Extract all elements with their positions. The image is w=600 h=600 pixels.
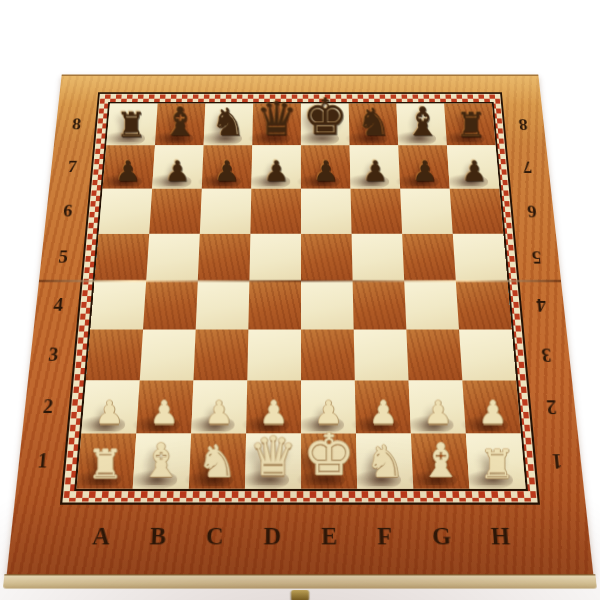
file-label-d: D — [263, 521, 281, 552]
square-e3[interactable] — [301, 330, 355, 381]
black-bishop[interactable]: ♝ — [398, 102, 447, 142]
white-knight[interactable]: ♞ — [189, 440, 245, 484]
square-e4[interactable] — [301, 281, 354, 330]
black-knight[interactable]: ♞ — [349, 104, 398, 142]
white-pawn[interactable]: ♟ — [192, 397, 247, 429]
square-h1[interactable]: ♜ — [466, 433, 526, 488]
square-c4[interactable] — [196, 281, 250, 330]
square-h5[interactable] — [453, 234, 508, 281]
square-d4[interactable] — [248, 281, 301, 330]
square-d5[interactable] — [249, 234, 301, 281]
square-h4[interactable] — [456, 281, 512, 330]
clasp-plate — [291, 590, 309, 600]
black-pawn[interactable]: ♟ — [350, 157, 399, 186]
white-pawn[interactable]: ♟ — [465, 397, 520, 429]
white-knight[interactable]: ♞ — [357, 440, 413, 484]
square-a3[interactable] — [86, 330, 143, 381]
square-d3[interactable] — [247, 330, 301, 381]
square-f7[interactable]: ♟ — [350, 145, 401, 188]
square-a4[interactable] — [90, 281, 146, 330]
black-bishop[interactable]: ♝ — [155, 102, 204, 142]
square-e1[interactable]: ♚ — [301, 433, 357, 488]
black-pawn[interactable]: ♟ — [301, 157, 350, 186]
square-g2[interactable]: ♟ — [409, 380, 466, 433]
black-pawn[interactable]: ♟ — [400, 157, 449, 186]
file-label-e: E — [321, 521, 337, 552]
square-f4[interactable] — [353, 281, 407, 330]
white-bishop[interactable]: ♝ — [413, 438, 469, 484]
square-b5[interactable] — [146, 234, 200, 281]
square-e8[interactable]: ♚ — [301, 104, 350, 146]
square-g8[interactable]: ♝ — [396, 104, 446, 146]
square-f8[interactable]: ♞ — [349, 104, 399, 146]
file-label-c: C — [206, 521, 224, 552]
square-g1[interactable]: ♝ — [411, 433, 470, 488]
white-pawn[interactable]: ♟ — [82, 397, 137, 429]
rank-label-right-4: 4 — [536, 294, 548, 315]
square-b8[interactable]: ♝ — [155, 104, 205, 146]
file-label-h: H — [490, 521, 511, 552]
square-a7[interactable]: ♟ — [103, 145, 155, 188]
decorative-border: ♜♝♞♛♚♞♝♜♟♟♟♟♟♟♟♟♟♟♟♟♟♟♟♟♜♝♞♛♚♞♝♜ — [60, 92, 540, 505]
box-edge — [3, 574, 597, 589]
white-pawn[interactable]: ♟ — [246, 397, 301, 429]
board-grid: ♜♝♞♛♚♞♝♜♟♟♟♟♟♟♟♟♟♟♟♟♟♟♟♟♜♝♞♛♚♞♝♜ — [77, 104, 526, 489]
rank-label-right-3: 3 — [541, 344, 553, 366]
file-labels: ABCDEFGH — [70, 505, 533, 568]
black-pawn[interactable]: ♟ — [202, 157, 251, 186]
rank-label-right-6: 6 — [527, 201, 538, 221]
rank-label-right-5: 5 — [531, 247, 542, 268]
square-c3[interactable] — [193, 330, 248, 381]
rank-label-right-2: 2 — [546, 395, 558, 418]
square-c2[interactable]: ♟ — [191, 380, 247, 433]
file-label-f: F — [377, 521, 393, 552]
square-g7[interactable]: ♟ — [398, 145, 450, 188]
board-frame-inner: ♜♝♞♛♚♞♝♜♟♟♟♟♟♟♟♟♟♟♟♟♟♟♟♟♜♝♞♛♚♞♝♜ — [74, 102, 528, 491]
square-g3[interactable] — [406, 330, 462, 381]
square-g4[interactable] — [404, 281, 459, 330]
white-queen[interactable]: ♛ — [245, 430, 301, 484]
square-g6[interactable] — [400, 189, 453, 234]
square-b7[interactable]: ♟ — [152, 145, 203, 188]
square-h8[interactable]: ♜ — [444, 104, 495, 146]
square-d1[interactable]: ♛ — [245, 433, 301, 488]
white-king[interactable]: ♚ — [301, 426, 357, 484]
square-e6[interactable] — [301, 189, 352, 234]
square-h7[interactable]: ♟ — [447, 145, 499, 188]
square-d7[interactable]: ♟ — [251, 145, 301, 188]
rank-label-right-7: 7 — [522, 157, 533, 176]
square-d6[interactable] — [250, 189, 301, 234]
square-a1[interactable]: ♜ — [77, 433, 137, 488]
white-pawn[interactable]: ♟ — [356, 397, 411, 429]
black-rook[interactable]: ♜ — [107, 108, 156, 143]
square-c6[interactable] — [200, 189, 252, 234]
rank-label-left-7: 7 — [67, 157, 78, 176]
black-king[interactable]: ♚ — [301, 92, 350, 142]
rank-label-left-8: 8 — [71, 115, 82, 133]
square-f2[interactable]: ♟ — [355, 380, 411, 433]
square-b3[interactable] — [140, 330, 196, 381]
black-queen[interactable]: ♛ — [252, 96, 301, 143]
rank-label-left-6: 6 — [62, 201, 73, 221]
rank-label-left-3: 3 — [47, 344, 59, 366]
rank-label-left-5: 5 — [58, 247, 69, 268]
white-pawn[interactable]: ♟ — [411, 397, 466, 429]
square-e7[interactable]: ♟ — [301, 145, 351, 188]
square-a5[interactable] — [95, 234, 150, 281]
square-b4[interactable] — [143, 281, 198, 330]
black-rook[interactable]: ♜ — [447, 108, 496, 143]
square-f3[interactable] — [354, 330, 409, 381]
black-pawn[interactable]: ♟ — [153, 157, 202, 186]
rank-label-right-8: 8 — [518, 115, 529, 133]
black-pawn[interactable]: ♟ — [103, 157, 152, 186]
white-rook[interactable]: ♜ — [77, 444, 133, 484]
square-a2[interactable]: ♟ — [81, 380, 139, 433]
square-f1[interactable]: ♞ — [356, 433, 413, 488]
chessboard: 87654321 87654321 ABCDEFGH ♜♝♞♛♚♞♝♜♟♟♟♟♟… — [7, 74, 594, 575]
square-a6[interactable] — [99, 189, 153, 234]
square-c8[interactable]: ♞ — [204, 104, 254, 146]
square-c5[interactable] — [198, 234, 251, 281]
rank-label-left-1: 1 — [36, 449, 49, 473]
file-label-a: A — [91, 521, 111, 552]
square-f6[interactable] — [351, 189, 403, 234]
rank-label-left-2: 2 — [42, 395, 54, 418]
square-a8[interactable]: ♜ — [106, 104, 157, 146]
square-d8[interactable]: ♛ — [252, 104, 301, 146]
square-h6[interactable] — [450, 189, 504, 234]
rank-label-left-4: 4 — [53, 294, 65, 315]
square-e5[interactable] — [301, 234, 353, 281]
rank-label-right-1: 1 — [551, 449, 564, 473]
square-b1[interactable]: ♝ — [133, 433, 192, 488]
square-b2[interactable]: ♟ — [136, 380, 193, 433]
black-pawn[interactable]: ♟ — [251, 157, 300, 186]
photo-scene: 87654321 87654321 ABCDEFGH ♜♝♞♛♚♞♝♜♟♟♟♟♟… — [0, 0, 600, 600]
square-h3[interactable] — [459, 330, 516, 381]
square-h2[interactable]: ♟ — [462, 380, 520, 433]
black-knight[interactable]: ♞ — [204, 104, 253, 142]
black-pawn[interactable]: ♟ — [449, 157, 498, 186]
white-pawn[interactable]: ♟ — [137, 397, 192, 429]
square-c7[interactable]: ♟ — [202, 145, 253, 188]
square-b6[interactable] — [149, 189, 202, 234]
square-f5[interactable] — [352, 234, 405, 281]
file-label-b: B — [149, 521, 167, 552]
square-g5[interactable] — [402, 234, 456, 281]
brass-clasp[interactable] — [287, 590, 314, 600]
file-label-g: G — [431, 521, 451, 552]
white-bishop[interactable]: ♝ — [133, 438, 189, 484]
white-rook[interactable]: ♜ — [469, 444, 525, 484]
square-c1[interactable]: ♞ — [189, 433, 246, 488]
